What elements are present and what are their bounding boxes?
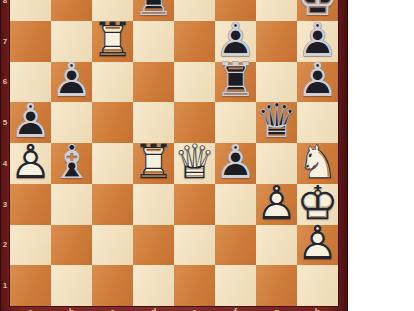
piece-outline-glyph: ♖	[92, 19, 133, 60]
black-pawn[interactable]: ♟♙	[51, 62, 92, 103]
square-d2[interactable]	[133, 225, 174, 266]
square-g3[interactable]: ♟♙	[256, 184, 297, 225]
rank-label-3: 3	[0, 199, 10, 210]
rank-label-1: 1	[0, 280, 10, 291]
square-c7[interactable]: ♜♖	[92, 21, 133, 62]
file-label-f: f	[215, 307, 256, 311]
black-queen[interactable]: ♛♕	[256, 102, 297, 143]
piece-outline-glyph: ♕	[174, 141, 215, 182]
piece-outline-glyph: ♙	[10, 141, 51, 182]
square-d7[interactable]	[133, 21, 174, 62]
rank-label-4: 4	[0, 158, 10, 169]
square-a4[interactable]: ♟♙	[10, 143, 51, 184]
square-e8[interactable]	[174, 0, 215, 21]
square-h1[interactable]	[297, 265, 338, 306]
square-c5[interactable]	[92, 102, 133, 143]
square-b3[interactable]	[51, 184, 92, 225]
file-label-c: c	[92, 307, 133, 311]
square-c3[interactable]	[92, 184, 133, 225]
piece-outline-glyph: ♙	[256, 182, 297, 223]
square-a8[interactable]	[10, 0, 51, 21]
black-rook[interactable]: ♜♖	[215, 62, 256, 103]
piece-outline-glyph: ♙	[297, 223, 338, 264]
square-b8[interactable]	[51, 0, 92, 21]
square-d1[interactable]	[133, 265, 174, 306]
file-label-a: a	[10, 307, 51, 311]
square-b1[interactable]	[51, 265, 92, 306]
white-pawn[interactable]: ♟♙	[10, 143, 51, 184]
black-pawn[interactable]: ♟♙	[297, 62, 338, 103]
piece-outline-glyph: ♖	[133, 0, 174, 19]
square-c6[interactable]	[92, 62, 133, 103]
square-e1[interactable]	[174, 265, 215, 306]
square-f6[interactable]: ♜♖	[215, 62, 256, 103]
square-e6[interactable]	[174, 62, 215, 103]
piece-outline-glyph: ♖	[133, 141, 174, 182]
square-g2[interactable]	[256, 225, 297, 266]
square-h6[interactable]: ♟♙	[297, 62, 338, 103]
square-g7[interactable]	[256, 21, 297, 62]
square-d4[interactable]: ♜♖	[133, 143, 174, 184]
square-d6[interactable]	[133, 62, 174, 103]
board-grid: ♜♖♚♔♜♖♟♙♟♙♟♙♜♖♟♙♟♙♛♕♟♙♝♗♜♖♛♕♟♙♞♘♟♙♚♔♟♙	[10, 0, 338, 306]
white-pawn[interactable]: ♟♙	[297, 225, 338, 266]
square-c2[interactable]	[92, 225, 133, 266]
square-b4[interactable]: ♝♗	[51, 143, 92, 184]
square-h2[interactable]: ♟♙	[297, 225, 338, 266]
square-f3[interactable]	[215, 184, 256, 225]
square-f4[interactable]: ♟♙	[215, 143, 256, 184]
square-a7[interactable]	[10, 21, 51, 62]
file-label-g: g	[256, 307, 297, 311]
rank-label-2: 2	[0, 239, 10, 250]
screenshot-root: ♜♖♚♔♜♖♟♙♟♙♟♙♜♖♟♙♟♙♛♕♟♙♝♗♜♖♛♕♟♙♞♘♟♙♚♔♟♙ 8…	[0, 0, 414, 311]
black-rook[interactable]: ♜♖	[133, 0, 174, 21]
piece-outline-glyph: ♗	[51, 141, 92, 182]
square-g5[interactable]: ♛♕	[256, 102, 297, 143]
square-f2[interactable]	[215, 225, 256, 266]
square-d8[interactable]: ♜♖	[133, 0, 174, 21]
file-label-e: e	[174, 307, 215, 311]
white-pawn[interactable]: ♟♙	[256, 184, 297, 225]
file-label-h: h	[297, 307, 338, 311]
white-rook[interactable]: ♜♖	[92, 21, 133, 62]
square-e2[interactable]	[174, 225, 215, 266]
square-c4[interactable]	[92, 143, 133, 184]
square-b6[interactable]: ♟♙	[51, 62, 92, 103]
square-a2[interactable]	[10, 225, 51, 266]
file-label-b: b	[51, 307, 92, 311]
rank-label-5: 5	[0, 117, 10, 128]
square-a3[interactable]	[10, 184, 51, 225]
piece-outline-glyph: ♙	[51, 60, 92, 101]
black-pawn[interactable]: ♟♙	[215, 143, 256, 184]
file-label-d: d	[133, 307, 174, 311]
square-a1[interactable]	[10, 265, 51, 306]
square-d3[interactable]	[133, 184, 174, 225]
square-e7[interactable]	[174, 21, 215, 62]
square-b2[interactable]	[51, 225, 92, 266]
square-f1[interactable]	[215, 265, 256, 306]
square-g1[interactable]	[256, 265, 297, 306]
square-g8[interactable]	[256, 0, 297, 21]
piece-outline-glyph: ♙	[297, 60, 338, 101]
white-rook[interactable]: ♜♖	[133, 143, 174, 184]
rank-label-7: 7	[0, 36, 10, 47]
piece-outline-glyph: ♕	[256, 100, 297, 141]
square-e3[interactable]	[174, 184, 215, 225]
square-c1[interactable]	[92, 265, 133, 306]
black-bishop[interactable]: ♝♗	[51, 143, 92, 184]
square-e4[interactable]: ♛♕	[174, 143, 215, 184]
rank-label-6: 6	[0, 76, 10, 87]
white-queen[interactable]: ♛♕	[174, 143, 215, 184]
rank-label-8: 8	[0, 0, 10, 6]
piece-outline-glyph: ♙	[215, 141, 256, 182]
piece-outline-glyph: ♖	[215, 60, 256, 101]
